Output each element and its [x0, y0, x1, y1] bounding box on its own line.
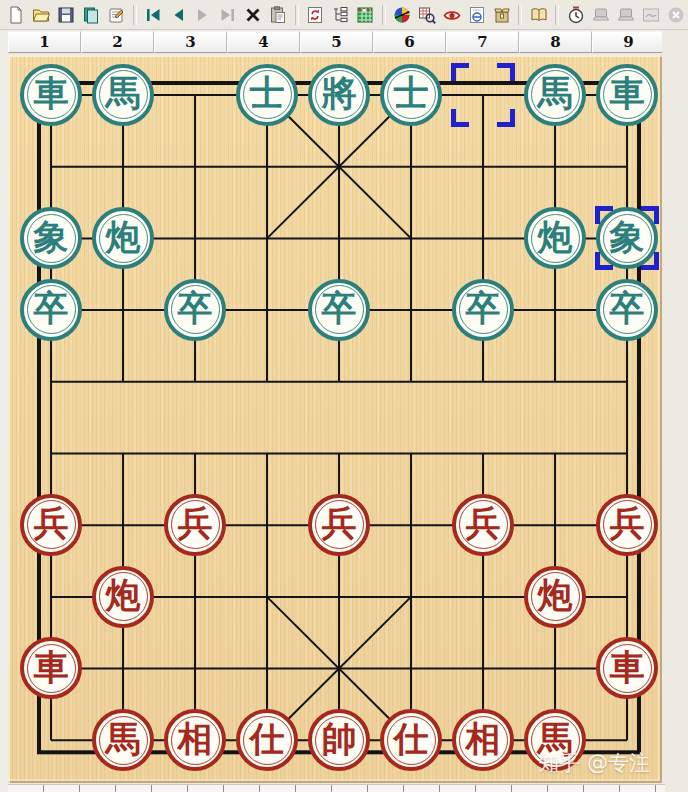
save-icon[interactable]	[55, 3, 78, 27]
column-header-9: 9	[592, 31, 665, 53]
search-icon[interactable]	[415, 3, 438, 27]
piece-glyph: 炮	[538, 220, 573, 255]
piece-glyph: 兵	[466, 506, 501, 541]
black-piece-將[interactable]: 將	[308, 64, 370, 126]
toolbar-separator	[133, 5, 137, 25]
piece-glyph: 帥	[322, 722, 357, 757]
toolbar-separator	[555, 5, 559, 25]
xiangqi-app-window: 123456789 車馬士將士馬車象炮炮象卒卒卒卒卒兵兵兵兵兵炮炮車車馬相仕帥仕…	[0, 0, 688, 792]
black-piece-象[interactable]: 象	[20, 207, 82, 269]
piece-glyph: 士	[250, 76, 285, 111]
piece-glyph: 卒	[34, 291, 69, 326]
piece-glyph: 車	[34, 650, 69, 685]
red-piece-兵[interactable]: 兵	[596, 494, 658, 556]
red-piece-仕[interactable]: 仕	[380, 709, 442, 771]
toolbar-separator	[295, 5, 299, 25]
black-piece-士[interactable]: 士	[380, 64, 442, 126]
black-piece-馬[interactable]: 馬	[92, 64, 154, 126]
piece-glyph: 象	[610, 220, 645, 255]
piece-glyph: 相	[466, 722, 501, 757]
piece-glyph: 卒	[610, 291, 645, 326]
piece-glyph: 象	[34, 220, 69, 255]
column-header-5: 5	[300, 31, 373, 53]
red-piece-馬[interactable]: 馬	[524, 709, 586, 771]
piece-glyph: 仕	[250, 722, 285, 757]
piece-glyph: 馬	[538, 722, 573, 757]
red-piece-車[interactable]: 車	[596, 637, 658, 699]
black-piece-士[interactable]: 士	[236, 64, 298, 126]
red-piece-車[interactable]: 車	[20, 637, 82, 699]
paste-icon[interactable]	[267, 3, 290, 27]
red-piece-兵[interactable]: 兵	[452, 494, 514, 556]
black-piece-卒[interactable]: 卒	[164, 279, 226, 341]
piece-glyph: 兵	[34, 506, 69, 541]
red-piece-相[interactable]: 相	[452, 709, 514, 771]
black-piece-卒[interactable]: 卒	[308, 279, 370, 341]
red-piece-炮[interactable]: 炮	[92, 566, 154, 628]
red-piece-炮[interactable]: 炮	[524, 566, 586, 628]
piece-glyph: 兵	[322, 506, 357, 541]
red-piece-馬[interactable]: 馬	[92, 709, 154, 771]
grid-icon[interactable]	[354, 3, 377, 27]
column-header-1: 1	[8, 31, 81, 53]
black-piece-象[interactable]: 象	[596, 207, 658, 269]
piece-glyph: 卒	[466, 291, 501, 326]
piece-glyph: 士	[394, 76, 429, 111]
browser-icon[interactable]	[465, 3, 488, 27]
exchange-icon[interactable]	[304, 3, 327, 27]
nav-first-icon[interactable]	[142, 3, 165, 27]
piece-glyph: 馬	[538, 76, 573, 111]
piece-glyph: 車	[610, 650, 645, 685]
properties-icon[interactable]	[105, 3, 128, 27]
board-points-grid: 車馬士將士馬車象炮炮象卒卒卒卒卒兵兵兵兵兵炮炮車車馬相仕帥仕相馬	[15, 59, 663, 776]
column-header-7: 7	[446, 31, 519, 53]
column-header-3: 3	[154, 31, 227, 53]
piece-glyph: 兵	[178, 506, 213, 541]
left-margin	[0, 31, 8, 792]
column-header: 123456789	[8, 31, 665, 53]
bottom-coordinate-strip-clipped	[8, 784, 665, 792]
piece-glyph: 炮	[106, 220, 141, 255]
piece-glyph: 兵	[610, 506, 645, 541]
piece-glyph: 馬	[106, 722, 141, 757]
black-piece-卒[interactable]: 卒	[452, 279, 514, 341]
piece-glyph: 卒	[178, 291, 213, 326]
red-piece-仕[interactable]: 仕	[236, 709, 298, 771]
new-file-icon[interactable]	[5, 3, 28, 27]
nav-last-icon	[217, 3, 240, 27]
toolbar	[0, 0, 688, 30]
right-margin	[662, 31, 688, 792]
photo-icon	[639, 3, 662, 27]
red-piece-帥[interactable]: 帥	[308, 709, 370, 771]
piece-glyph: 仕	[394, 722, 429, 757]
toolbar-separator	[382, 5, 386, 25]
delete-x-icon[interactable]	[242, 3, 265, 27]
column-header-2: 2	[81, 31, 154, 53]
red-piece-兵[interactable]: 兵	[20, 494, 82, 556]
column-header-4: 4	[227, 31, 300, 53]
package-icon[interactable]	[490, 3, 513, 27]
piece-glyph: 將	[322, 76, 357, 111]
column-header-8: 8	[519, 31, 592, 53]
notes-icon[interactable]	[80, 3, 103, 27]
laptop-icon	[614, 3, 637, 27]
black-piece-卒[interactable]: 卒	[20, 279, 82, 341]
tree-view-icon[interactable]	[329, 3, 352, 27]
red-piece-相[interactable]: 相	[164, 709, 226, 771]
black-piece-炮[interactable]: 炮	[524, 207, 586, 269]
piece-glyph: 車	[610, 76, 645, 111]
globe-icon[interactable]	[391, 3, 414, 27]
nav-next-icon	[192, 3, 215, 27]
clock-icon[interactable]	[564, 3, 587, 27]
piece-glyph: 卒	[322, 291, 357, 326]
piece-glyph: 車	[34, 76, 69, 111]
eye-icon[interactable]	[440, 3, 463, 27]
piece-glyph: 相	[178, 722, 213, 757]
piece-glyph: 炮	[538, 578, 573, 613]
book-icon[interactable]	[527, 3, 550, 27]
black-piece-卒[interactable]: 卒	[596, 279, 658, 341]
open-folder-icon[interactable]	[30, 3, 53, 27]
black-piece-馬[interactable]: 馬	[524, 64, 586, 126]
black-piece-炮[interactable]: 炮	[92, 207, 154, 269]
black-piece-車[interactable]: 車	[20, 64, 82, 126]
toolbar-separator	[518, 5, 522, 25]
nav-prev-icon[interactable]	[167, 3, 190, 27]
xiangqi-board[interactable]: 車馬士將士馬車象炮炮象卒卒卒卒卒兵兵兵兵兵炮炮車車馬相仕帥仕相馬 知乎 @专注	[8, 55, 662, 783]
last-move-marker	[451, 63, 515, 127]
red-piece-兵[interactable]: 兵	[308, 494, 370, 556]
black-piece-車[interactable]: 車	[596, 64, 658, 126]
red-piece-兵[interactable]: 兵	[164, 494, 226, 556]
piece-glyph: 馬	[106, 76, 141, 111]
piece-glyph: 炮	[106, 578, 141, 613]
close-icon	[664, 3, 687, 27]
column-header-6: 6	[373, 31, 446, 53]
laptop-icon	[589, 3, 612, 27]
